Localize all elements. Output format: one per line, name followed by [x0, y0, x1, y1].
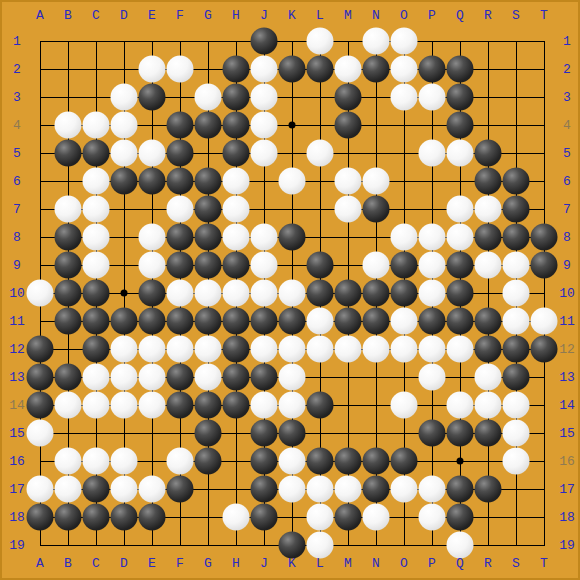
white-stone-P12 [419, 336, 446, 363]
black-stone-Q17 [447, 476, 474, 503]
white-stone-C4 [83, 112, 110, 139]
black-stone-M18 [335, 504, 362, 531]
black-stone-T8 [531, 224, 558, 251]
white-stone-H18 [223, 504, 250, 531]
coord-bottom-B: B [64, 557, 72, 570]
black-stone-B8 [55, 224, 82, 251]
black-stone-P11 [419, 308, 446, 335]
white-stone-C9 [83, 252, 110, 279]
white-stone-D17 [111, 476, 138, 503]
black-stone-K19 [279, 532, 306, 559]
coord-right-16: 16 [559, 455, 575, 468]
black-stone-T12 [531, 336, 558, 363]
white-stone-J2 [251, 56, 278, 83]
white-stone-K17 [279, 476, 306, 503]
black-stone-R5 [475, 140, 502, 167]
coord-top-H: H [232, 9, 240, 22]
white-stone-M2 [335, 56, 362, 83]
black-stone-F13 [167, 364, 194, 391]
white-stone-L5 [307, 140, 334, 167]
black-stone-Q18 [447, 504, 474, 531]
white-stone-O14 [391, 392, 418, 419]
white-stone-P3 [419, 84, 446, 111]
black-stone-T9 [531, 252, 558, 279]
black-stone-C10 [83, 280, 110, 307]
white-stone-J8 [251, 224, 278, 251]
black-stone-J1 [251, 28, 278, 55]
black-stone-B13 [55, 364, 82, 391]
coord-left-7: 7 [13, 203, 21, 216]
coord-top-M: M [344, 9, 352, 22]
white-stone-J4 [251, 112, 278, 139]
white-stone-B4 [55, 112, 82, 139]
white-stone-S11 [503, 308, 530, 335]
coord-bottom-L: L [316, 557, 324, 570]
white-stone-R13 [475, 364, 502, 391]
black-stone-S8 [503, 224, 530, 251]
coord-bottom-C: C [92, 557, 100, 570]
coord-bottom-S: S [512, 557, 520, 570]
white-stone-N9 [363, 252, 390, 279]
white-stone-C16 [83, 448, 110, 475]
black-stone-G15 [195, 420, 222, 447]
black-stone-B10 [55, 280, 82, 307]
black-stone-H2 [223, 56, 250, 83]
black-stone-N10 [363, 280, 390, 307]
white-stone-D3 [111, 84, 138, 111]
black-stone-J16 [251, 448, 278, 475]
black-stone-G9 [195, 252, 222, 279]
black-stone-H3 [223, 84, 250, 111]
white-stone-O3 [391, 84, 418, 111]
white-stone-C6 [83, 168, 110, 195]
black-stone-E3 [139, 84, 166, 111]
black-stone-J17 [251, 476, 278, 503]
white-stone-D14 [111, 392, 138, 419]
black-stone-R11 [475, 308, 502, 335]
star-point-K4 [289, 122, 296, 129]
white-stone-N1 [363, 28, 390, 55]
coord-left-18: 18 [9, 511, 25, 524]
white-stone-O8 [391, 224, 418, 251]
white-stone-B7 [55, 196, 82, 223]
coord-bottom-T: T [540, 557, 548, 570]
white-stone-J12 [251, 336, 278, 363]
black-stone-O9 [391, 252, 418, 279]
white-stone-K10 [279, 280, 306, 307]
black-stone-A14 [27, 392, 54, 419]
white-stone-E9 [139, 252, 166, 279]
coord-right-17: 17 [559, 483, 575, 496]
go-board[interactable]: AABBCCDDEEFFGGHHJJKKLLMMNNOOPPQQRRSSTT11… [0, 0, 580, 580]
coord-left-16: 16 [9, 455, 25, 468]
white-stone-K13 [279, 364, 306, 391]
black-stone-H14 [223, 392, 250, 419]
white-stone-O1 [391, 28, 418, 55]
white-stone-C13 [83, 364, 110, 391]
black-stone-O16 [391, 448, 418, 475]
black-stone-L9 [307, 252, 334, 279]
white-stone-R7 [475, 196, 502, 223]
coord-top-R: R [484, 9, 492, 22]
black-stone-R6 [475, 168, 502, 195]
black-stone-M16 [335, 448, 362, 475]
coord-top-P: P [428, 9, 436, 22]
white-stone-J3 [251, 84, 278, 111]
black-stone-J18 [251, 504, 278, 531]
coord-top-B: B [64, 9, 72, 22]
coord-top-D: D [120, 9, 128, 22]
black-stone-H11 [223, 308, 250, 335]
black-stone-F5 [167, 140, 194, 167]
coord-left-14: 14 [9, 399, 25, 412]
white-stone-Q7 [447, 196, 474, 223]
coord-right-9: 9 [563, 259, 571, 272]
black-stone-R15 [475, 420, 502, 447]
coord-left-3: 3 [13, 91, 21, 104]
black-stone-Q11 [447, 308, 474, 335]
black-stone-N16 [363, 448, 390, 475]
coord-top-G: G [204, 9, 212, 22]
white-stone-B16 [55, 448, 82, 475]
white-stone-H10 [223, 280, 250, 307]
coord-top-K: K [288, 9, 296, 22]
white-stone-J10 [251, 280, 278, 307]
coord-left-13: 13 [9, 371, 25, 384]
white-stone-J5 [251, 140, 278, 167]
black-stone-F8 [167, 224, 194, 251]
white-stone-T11 [531, 308, 558, 335]
coord-right-5: 5 [563, 147, 571, 160]
white-stone-F2 [167, 56, 194, 83]
white-stone-Q14 [447, 392, 474, 419]
black-stone-E18 [139, 504, 166, 531]
black-stone-L14 [307, 392, 334, 419]
white-stone-D4 [111, 112, 138, 139]
black-stone-L2 [307, 56, 334, 83]
white-stone-B14 [55, 392, 82, 419]
black-stone-S7 [503, 196, 530, 223]
white-stone-E14 [139, 392, 166, 419]
white-stone-S9 [503, 252, 530, 279]
white-stone-L18 [307, 504, 334, 531]
coord-bottom-J: J [260, 557, 268, 570]
coord-right-2: 2 [563, 63, 571, 76]
coord-right-7: 7 [563, 203, 571, 216]
coord-bottom-D: D [120, 557, 128, 570]
black-stone-G16 [195, 448, 222, 475]
black-stone-G4 [195, 112, 222, 139]
black-stone-B9 [55, 252, 82, 279]
black-stone-S6 [503, 168, 530, 195]
black-stone-G8 [195, 224, 222, 251]
white-stone-O11 [391, 308, 418, 335]
white-stone-O17 [391, 476, 418, 503]
black-stone-C11 [83, 308, 110, 335]
black-stone-C5 [83, 140, 110, 167]
black-stone-R8 [475, 224, 502, 251]
white-stone-F12 [167, 336, 194, 363]
black-stone-R12 [475, 336, 502, 363]
coord-left-5: 5 [13, 147, 21, 160]
black-stone-C18 [83, 504, 110, 531]
black-stone-D18 [111, 504, 138, 531]
black-stone-G11 [195, 308, 222, 335]
black-stone-P15 [419, 420, 446, 447]
white-stone-P9 [419, 252, 446, 279]
black-stone-E11 [139, 308, 166, 335]
coord-bottom-K: K [288, 557, 296, 570]
white-stone-H8 [223, 224, 250, 251]
white-stone-L19 [307, 532, 334, 559]
white-stone-D12 [111, 336, 138, 363]
coord-right-12: 12 [559, 343, 575, 356]
white-stone-D5 [111, 140, 138, 167]
coord-bottom-H: H [232, 557, 240, 570]
white-stone-S14 [503, 392, 530, 419]
black-stone-M10 [335, 280, 362, 307]
white-stone-E17 [139, 476, 166, 503]
black-stone-J11 [251, 308, 278, 335]
black-stone-H12 [223, 336, 250, 363]
white-stone-J14 [251, 392, 278, 419]
black-stone-F9 [167, 252, 194, 279]
star-point-D10 [121, 290, 128, 297]
white-stone-F10 [167, 280, 194, 307]
black-stone-F6 [167, 168, 194, 195]
white-stone-F16 [167, 448, 194, 475]
black-stone-H13 [223, 364, 250, 391]
black-stone-A12 [27, 336, 54, 363]
black-stone-C12 [83, 336, 110, 363]
white-stone-O2 [391, 56, 418, 83]
coord-right-10: 10 [559, 287, 575, 300]
white-stone-D16 [111, 448, 138, 475]
coord-right-3: 3 [563, 91, 571, 104]
coord-bottom-P: P [428, 557, 436, 570]
coord-top-S: S [512, 9, 520, 22]
coord-right-8: 8 [563, 231, 571, 244]
coord-bottom-N: N [372, 557, 380, 570]
black-stone-Q2 [447, 56, 474, 83]
white-stone-G12 [195, 336, 222, 363]
white-stone-N18 [363, 504, 390, 531]
white-stone-L1 [307, 28, 334, 55]
white-stone-B17 [55, 476, 82, 503]
white-stone-K14 [279, 392, 306, 419]
coord-top-A: A [36, 9, 44, 22]
coord-right-6: 6 [563, 175, 571, 188]
coord-bottom-E: E [148, 557, 156, 570]
coord-right-15: 15 [559, 427, 575, 440]
black-stone-S12 [503, 336, 530, 363]
white-stone-P17 [419, 476, 446, 503]
coord-top-O: O [400, 9, 408, 22]
coord-top-J: J [260, 9, 268, 22]
black-stone-N17 [363, 476, 390, 503]
black-stone-J15 [251, 420, 278, 447]
black-stone-H4 [223, 112, 250, 139]
black-stone-G14 [195, 392, 222, 419]
white-stone-E2 [139, 56, 166, 83]
coord-top-E: E [148, 9, 156, 22]
white-stone-M12 [335, 336, 362, 363]
black-stone-J13 [251, 364, 278, 391]
black-stone-F4 [167, 112, 194, 139]
white-stone-O12 [391, 336, 418, 363]
white-stone-C7 [83, 196, 110, 223]
black-stone-Q4 [447, 112, 474, 139]
black-stone-K8 [279, 224, 306, 251]
coord-right-19: 19 [559, 539, 575, 552]
coord-bottom-Q: Q [456, 557, 464, 570]
black-stone-F14 [167, 392, 194, 419]
coord-top-L: L [316, 9, 324, 22]
coord-right-1: 1 [563, 35, 571, 48]
white-stone-E13 [139, 364, 166, 391]
coord-left-10: 10 [9, 287, 25, 300]
white-stone-E8 [139, 224, 166, 251]
white-stone-L17 [307, 476, 334, 503]
white-stone-A17 [27, 476, 54, 503]
coord-top-F: F [176, 9, 184, 22]
white-stone-A10 [27, 280, 54, 307]
white-stone-F7 [167, 196, 194, 223]
white-stone-H7 [223, 196, 250, 223]
black-stone-F11 [167, 308, 194, 335]
coord-right-11: 11 [559, 315, 575, 328]
white-stone-D13 [111, 364, 138, 391]
black-stone-F17 [167, 476, 194, 503]
white-stone-E12 [139, 336, 166, 363]
coord-left-6: 6 [13, 175, 21, 188]
coord-left-1: 1 [13, 35, 21, 48]
white-stone-K6 [279, 168, 306, 195]
white-stone-M7 [335, 196, 362, 223]
white-stone-P18 [419, 504, 446, 531]
coord-right-4: 4 [563, 119, 571, 132]
black-stone-B18 [55, 504, 82, 531]
coord-bottom-G: G [204, 557, 212, 570]
white-stone-E5 [139, 140, 166, 167]
black-stone-K11 [279, 308, 306, 335]
white-stone-R9 [475, 252, 502, 279]
white-stone-Q5 [447, 140, 474, 167]
black-stone-C17 [83, 476, 110, 503]
black-stone-O10 [391, 280, 418, 307]
black-stone-E10 [139, 280, 166, 307]
black-stone-L16 [307, 448, 334, 475]
black-stone-H5 [223, 140, 250, 167]
coord-top-N: N [372, 9, 380, 22]
black-stone-R17 [475, 476, 502, 503]
black-stone-N7 [363, 196, 390, 223]
black-stone-A13 [27, 364, 54, 391]
white-stone-J9 [251, 252, 278, 279]
black-stone-G6 [195, 168, 222, 195]
coord-right-13: 13 [559, 371, 575, 384]
black-stone-N11 [363, 308, 390, 335]
black-stone-M11 [335, 308, 362, 335]
star-point-Q16 [457, 458, 464, 465]
coord-right-18: 18 [559, 511, 575, 524]
white-stone-G3 [195, 84, 222, 111]
screen: AABBCCDDEEFFGGHHJJKKLLMMNNOOPPQQRRSSTT11… [0, 0, 580, 580]
black-stone-D6 [111, 168, 138, 195]
black-stone-S13 [503, 364, 530, 391]
coord-bottom-R: R [484, 557, 492, 570]
white-stone-P5 [419, 140, 446, 167]
white-stone-N12 [363, 336, 390, 363]
white-stone-H6 [223, 168, 250, 195]
black-stone-B11 [55, 308, 82, 335]
white-stone-S10 [503, 280, 530, 307]
white-stone-C8 [83, 224, 110, 251]
white-stone-K16 [279, 448, 306, 475]
coord-left-15: 15 [9, 427, 25, 440]
black-stone-K15 [279, 420, 306, 447]
black-stone-Q15 [447, 420, 474, 447]
black-stone-M3 [335, 84, 362, 111]
white-stone-L11 [307, 308, 334, 335]
black-stone-D11 [111, 308, 138, 335]
coord-left-12: 12 [9, 343, 25, 356]
black-stone-A18 [27, 504, 54, 531]
coord-bottom-F: F [176, 557, 184, 570]
coord-left-11: 11 [9, 315, 25, 328]
coord-top-T: T [540, 9, 548, 22]
coord-right-14: 14 [559, 399, 575, 412]
black-stone-P2 [419, 56, 446, 83]
white-stone-M17 [335, 476, 362, 503]
coord-left-9: 9 [13, 259, 21, 272]
coord-bottom-A: A [36, 557, 44, 570]
black-stone-Q3 [447, 84, 474, 111]
white-stone-P8 [419, 224, 446, 251]
black-stone-M4 [335, 112, 362, 139]
white-stone-S16 [503, 448, 530, 475]
coord-left-2: 2 [13, 63, 21, 76]
white-stone-P10 [419, 280, 446, 307]
coord-left-4: 4 [13, 119, 21, 132]
white-stone-Q19 [447, 532, 474, 559]
black-stone-K2 [279, 56, 306, 83]
black-stone-Q10 [447, 280, 474, 307]
coord-top-C: C [92, 9, 100, 22]
coord-left-17: 17 [9, 483, 25, 496]
black-stone-Q9 [447, 252, 474, 279]
black-stone-L10 [307, 280, 334, 307]
coord-top-Q: Q [456, 9, 464, 22]
white-stone-Q8 [447, 224, 474, 251]
white-stone-K12 [279, 336, 306, 363]
coord-left-8: 8 [13, 231, 21, 244]
white-stone-S15 [503, 420, 530, 447]
white-stone-G13 [195, 364, 222, 391]
white-stone-Q12 [447, 336, 474, 363]
coord-bottom-O: O [400, 557, 408, 570]
white-stone-G10 [195, 280, 222, 307]
black-stone-E6 [139, 168, 166, 195]
white-stone-C14 [83, 392, 110, 419]
white-stone-N6 [363, 168, 390, 195]
white-stone-L12 [307, 336, 334, 363]
coord-bottom-M: M [344, 557, 352, 570]
black-stone-G7 [195, 196, 222, 223]
white-stone-P13 [419, 364, 446, 391]
white-stone-M6 [335, 168, 362, 195]
black-stone-H9 [223, 252, 250, 279]
